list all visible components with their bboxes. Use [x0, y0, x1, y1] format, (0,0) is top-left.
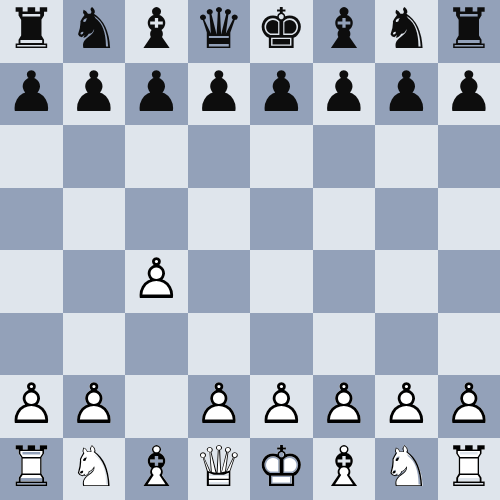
square-b7[interactable]: ♟︎	[63, 63, 126, 126]
square-g6[interactable]	[375, 125, 438, 188]
square-c6[interactable]	[125, 125, 188, 188]
piece-white-knight-b1[interactable]: ♞︎♘︎	[63, 438, 126, 500]
white-piece-outline-glyph: ♙︎	[131, 251, 181, 307]
piece-white-pawn-h2[interactable]: ♟︎♙︎	[438, 375, 500, 438]
piece-black-pawn-h7[interactable]: ♟︎	[438, 63, 500, 126]
piece-black-king-e8[interactable]: ♚︎	[250, 0, 313, 63]
square-d4[interactable]	[188, 250, 251, 313]
piece-white-pawn-d2[interactable]: ♟︎♙︎	[188, 375, 251, 438]
piece-white-knight-g1[interactable]: ♞︎♘︎	[375, 438, 438, 500]
white-piece-outline-glyph: ♕︎	[194, 439, 244, 495]
white-piece-outline-glyph: ♖︎	[6, 439, 56, 495]
black-piece-glyph: ♜︎	[444, 1, 494, 57]
square-f7[interactable]: ♟︎	[313, 63, 376, 126]
square-b6[interactable]	[63, 125, 126, 188]
piece-black-rook-h8[interactable]: ♜︎	[438, 0, 500, 63]
square-e4[interactable]	[250, 250, 313, 313]
square-h6[interactable]	[438, 125, 500, 188]
piece-white-pawn-f2[interactable]: ♟︎♙︎	[313, 375, 376, 438]
piece-white-rook-a1[interactable]: ♜︎♖︎	[0, 438, 63, 500]
square-e6[interactable]	[250, 125, 313, 188]
piece-white-pawn-b2[interactable]: ♟︎♙︎	[63, 375, 126, 438]
square-a1[interactable]: ♜︎♖︎	[0, 438, 63, 500]
square-a3[interactable]	[0, 313, 63, 376]
white-piece-outline-glyph: ♙︎	[6, 376, 56, 432]
piece-white-rook-h1[interactable]: ♜︎♖︎	[438, 438, 500, 500]
black-piece-glyph: ♟︎	[69, 64, 119, 120]
black-piece-glyph: ♟︎	[256, 64, 306, 120]
white-piece-outline-glyph: ♙︎	[256, 376, 306, 432]
black-piece-glyph: ♞︎	[381, 1, 431, 57]
piece-black-pawn-e7[interactable]: ♟︎	[250, 63, 313, 126]
square-a7[interactable]: ♟︎	[0, 63, 63, 126]
square-e3[interactable]	[250, 313, 313, 376]
white-piece-outline-glyph: ♙︎	[69, 376, 119, 432]
white-piece-outline-glyph: ♙︎	[381, 376, 431, 432]
square-f4[interactable]	[313, 250, 376, 313]
piece-black-pawn-d7[interactable]: ♟︎	[188, 63, 251, 126]
square-a8[interactable]: ♜︎	[0, 0, 63, 63]
square-f8[interactable]: ♝︎	[313, 0, 376, 63]
square-e1[interactable]: ♚︎♔︎	[250, 438, 313, 500]
square-d5[interactable]	[188, 188, 251, 251]
square-c7[interactable]: ♟︎	[125, 63, 188, 126]
piece-black-bishop-f8[interactable]: ♝︎	[313, 0, 376, 63]
square-c3[interactable]	[125, 313, 188, 376]
piece-black-pawn-f7[interactable]: ♟︎	[313, 63, 376, 126]
square-f2[interactable]: ♟︎♙︎	[313, 375, 376, 438]
piece-black-queen-d8[interactable]: ♛︎	[188, 0, 251, 63]
square-c8[interactable]: ♝︎	[125, 0, 188, 63]
white-piece-outline-glyph: ♗︎	[319, 439, 369, 495]
black-piece-glyph: ♟︎	[444, 64, 494, 120]
square-b3[interactable]	[63, 313, 126, 376]
black-piece-glyph: ♞︎	[69, 1, 119, 57]
square-f3[interactable]	[313, 313, 376, 376]
square-c2[interactable]	[125, 375, 188, 438]
black-piece-glyph: ♜︎	[6, 1, 56, 57]
square-f5[interactable]	[313, 188, 376, 251]
piece-white-bishop-f1[interactable]: ♝︎♗︎	[313, 438, 376, 500]
black-piece-glyph: ♟︎	[131, 64, 181, 120]
square-g2[interactable]: ♟︎♙︎	[375, 375, 438, 438]
black-piece-glyph: ♝︎	[319, 1, 369, 57]
square-d2[interactable]: ♟︎♙︎	[188, 375, 251, 438]
square-e5[interactable]	[250, 188, 313, 251]
piece-black-pawn-a7[interactable]: ♟︎	[0, 63, 63, 126]
square-e2[interactable]: ♟︎♙︎	[250, 375, 313, 438]
black-piece-glyph: ♟︎	[319, 64, 369, 120]
square-h5[interactable]	[438, 188, 500, 251]
square-g4[interactable]	[375, 250, 438, 313]
chess-board: ♜︎♞︎♝︎♛︎♚︎♝︎♞︎♜︎♟︎♟︎♟︎♟︎♟︎♟︎♟︎♟︎♟︎♙︎♟︎♙︎…	[0, 0, 500, 500]
square-h8[interactable]: ♜︎	[438, 0, 500, 63]
white-piece-outline-glyph: ♗︎	[131, 439, 181, 495]
square-h2[interactable]: ♟︎♙︎	[438, 375, 500, 438]
square-g7[interactable]: ♟︎	[375, 63, 438, 126]
square-h1[interactable]: ♜︎♖︎	[438, 438, 500, 500]
white-piece-outline-glyph: ♘︎	[69, 439, 119, 495]
square-g1[interactable]: ♞︎♘︎	[375, 438, 438, 500]
black-piece-glyph: ♛︎	[194, 1, 244, 57]
piece-white-pawn-a2[interactable]: ♟︎♙︎	[0, 375, 63, 438]
square-d1[interactable]: ♛︎♕︎	[188, 438, 251, 500]
square-b4[interactable]	[63, 250, 126, 313]
piece-white-pawn-e2[interactable]: ♟︎♙︎	[250, 375, 313, 438]
piece-white-pawn-g2[interactable]: ♟︎♙︎	[375, 375, 438, 438]
square-a6[interactable]	[0, 125, 63, 188]
piece-black-pawn-g7[interactable]: ♟︎	[375, 63, 438, 126]
piece-black-pawn-b7[interactable]: ♟︎	[63, 63, 126, 126]
square-h4[interactable]	[438, 250, 500, 313]
piece-white-pawn-c4[interactable]: ♟︎♙︎	[125, 250, 188, 313]
square-g8[interactable]: ♞︎	[375, 0, 438, 63]
square-f1[interactable]: ♝︎♗︎	[313, 438, 376, 500]
square-a4[interactable]	[0, 250, 63, 313]
square-h7[interactable]: ♟︎	[438, 63, 500, 126]
square-a5[interactable]	[0, 188, 63, 251]
white-piece-outline-glyph: ♙︎	[444, 376, 494, 432]
black-piece-glyph: ♟︎	[194, 64, 244, 120]
piece-white-bishop-c1[interactable]: ♝︎♗︎	[125, 438, 188, 500]
square-b2[interactable]: ♟︎♙︎	[63, 375, 126, 438]
piece-black-knight-g8[interactable]: ♞︎	[375, 0, 438, 63]
piece-black-bishop-c8[interactable]: ♝︎	[125, 0, 188, 63]
piece-black-knight-b8[interactable]: ♞︎	[63, 0, 126, 63]
square-g5[interactable]	[375, 188, 438, 251]
square-c1[interactable]: ♝︎♗︎	[125, 438, 188, 500]
square-c4[interactable]: ♟︎♙︎	[125, 250, 188, 313]
piece-white-queen-d1[interactable]: ♛︎♕︎	[188, 438, 251, 500]
square-c5[interactable]	[125, 188, 188, 251]
square-e8[interactable]: ♚︎	[250, 0, 313, 63]
white-piece-outline-glyph: ♖︎	[444, 439, 494, 495]
square-f6[interactable]	[313, 125, 376, 188]
square-b5[interactable]	[63, 188, 126, 251]
square-b1[interactable]: ♞︎♘︎	[63, 438, 126, 500]
piece-black-rook-a8[interactable]: ♜︎	[0, 0, 63, 63]
square-a2[interactable]: ♟︎♙︎	[0, 375, 63, 438]
piece-black-pawn-c7[interactable]: ♟︎	[125, 63, 188, 126]
square-d8[interactable]: ♛︎	[188, 0, 251, 63]
black-piece-glyph: ♟︎	[381, 64, 431, 120]
square-h3[interactable]	[438, 313, 500, 376]
white-piece-outline-glyph: ♔︎	[256, 439, 306, 495]
white-piece-outline-glyph: ♘︎	[381, 439, 431, 495]
square-d7[interactable]: ♟︎	[188, 63, 251, 126]
square-b8[interactable]: ♞︎	[63, 0, 126, 63]
black-piece-glyph: ♚︎	[256, 1, 306, 57]
square-d6[interactable]	[188, 125, 251, 188]
square-g3[interactable]	[375, 313, 438, 376]
square-e7[interactable]: ♟︎	[250, 63, 313, 126]
white-piece-outline-glyph: ♙︎	[319, 376, 369, 432]
square-d3[interactable]	[188, 313, 251, 376]
black-piece-glyph: ♟︎	[6, 64, 56, 120]
piece-white-king-e1[interactable]: ♚︎♔︎	[250, 438, 313, 500]
white-piece-outline-glyph: ♙︎	[194, 376, 244, 432]
black-piece-glyph: ♝︎	[131, 1, 181, 57]
